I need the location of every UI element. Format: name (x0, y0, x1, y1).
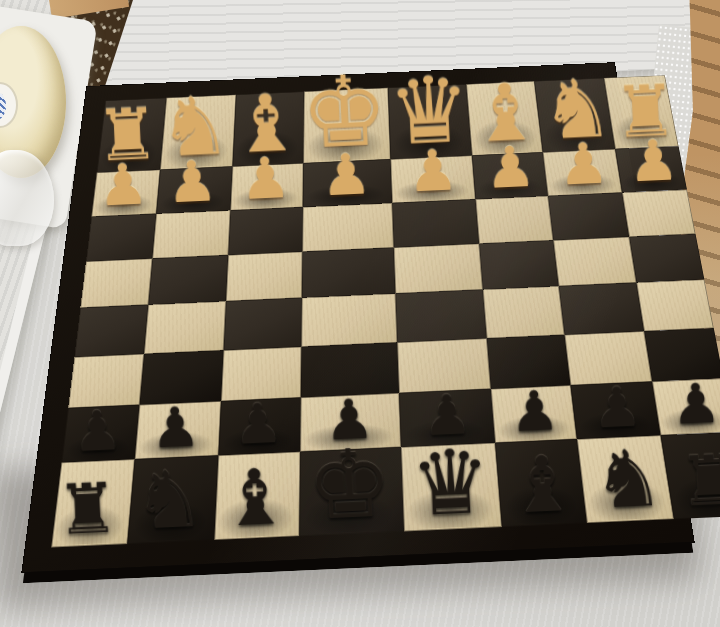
square-b2: ♟ (543, 149, 622, 196)
white-pawn: ♟ (239, 150, 292, 209)
black-pawn: ♟ (150, 399, 202, 456)
scene-photo: ♜♞♝♚♛♝♞♜♟♟♟♟♟♟♟♟♟♟♟♟♟♟♟♟♜♞♝♚♛♝♞♜ (0, 0, 720, 627)
square-h8: ♜ (51, 459, 135, 547)
square-f8: ♝ (214, 452, 300, 540)
square-a8: ♜ (661, 432, 720, 519)
square-c7: ♟ (491, 386, 577, 443)
square-d8: ♛ (401, 443, 502, 532)
square-f4 (226, 251, 302, 301)
square-a7: ♟ (652, 379, 720, 436)
square-g2: ♟ (156, 166, 232, 213)
square-a5 (637, 280, 714, 331)
square-a2: ♟ (615, 146, 687, 192)
square-a3 (622, 190, 695, 237)
square-e4 (302, 247, 395, 298)
square-e3 (302, 203, 393, 251)
black-pawn: ♟ (592, 379, 644, 436)
square-d2: ♟ (390, 156, 475, 203)
black-pawn: ♟ (670, 376, 720, 433)
square-b7: ♟ (571, 382, 661, 439)
black-rook: ♜ (55, 473, 120, 545)
black-pawn: ♟ (509, 383, 561, 440)
white-pawn: ♟ (166, 153, 219, 212)
black-knight: ♞ (592, 439, 666, 521)
square-d4 (394, 243, 484, 293)
chessboard: ♜♞♝♚♛♝♞♜♟♟♟♟♟♟♟♟♟♟♟♟♟♟♟♟♜♞♝♚♛♝♞♜ (22, 63, 693, 572)
black-bishop: ♝ (219, 458, 292, 538)
square-b8: ♞ (577, 435, 674, 523)
white-pawn: ♟ (96, 156, 149, 215)
black-pawn: ♟ (71, 403, 123, 460)
square-d5 (395, 290, 487, 343)
square-g4 (148, 255, 228, 305)
square-h2: ♟ (91, 170, 160, 217)
square-e8: ♚ (299, 447, 404, 536)
square-c4 (479, 240, 559, 290)
square-c3 (476, 196, 554, 243)
square-b5 (559, 283, 644, 335)
square-h3 (86, 214, 156, 262)
square-g8: ♞ (127, 455, 218, 544)
square-c8: ♝ (496, 439, 588, 527)
white-pawn: ♟ (484, 139, 537, 198)
square-g3 (152, 210, 230, 258)
square-d3 (392, 199, 479, 247)
white-pawn: ♟ (320, 146, 373, 205)
square-e5 (301, 294, 397, 347)
square-f3 (228, 207, 303, 255)
square-f2: ♟ (230, 163, 303, 210)
black-knight: ♞ (132, 460, 206, 542)
square-a4 (629, 234, 704, 283)
chessboard-perspective: ♜♞♝♚♛♝♞♜♟♟♟♟♟♟♟♟♟♟♟♟♟♟♟♟♜♞♝♚♛♝♞♜ (0, 0, 694, 572)
white-pawn: ♟ (406, 142, 459, 201)
square-f7: ♟ (218, 398, 300, 456)
black-queen: ♛ (409, 437, 493, 530)
square-b4 (554, 237, 637, 287)
square-g5 (144, 301, 226, 353)
black-bishop: ♝ (507, 445, 580, 525)
square-f5 (224, 298, 302, 350)
square-h7: ♟ (62, 405, 140, 462)
square-c2: ♟ (472, 152, 548, 199)
black-rook: ♜ (678, 445, 720, 517)
square-g7: ♟ (135, 401, 221, 459)
white-pawn: ♟ (557, 135, 610, 194)
black-pawn: ♟ (232, 396, 284, 453)
chessboard-grid: ♜♞♝♚♛♝♞♜♟♟♟♟♟♟♟♟♟♟♟♟♟♟♟♟♜♞♝♚♛♝♞♜ (51, 78, 664, 547)
square-h5 (74, 305, 148, 357)
square-e2: ♟ (303, 159, 392, 207)
square-c5 (483, 286, 565, 338)
square-b3 (548, 193, 629, 240)
black-king: ♚ (305, 435, 394, 534)
square-h4 (80, 258, 152, 308)
white-pawn: ♟ (627, 132, 680, 191)
